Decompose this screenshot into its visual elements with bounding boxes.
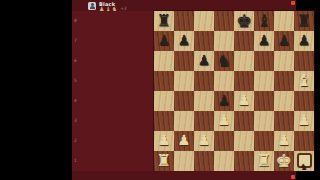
rank-label-5: 5 [74,78,81,83]
black-player-bar: Black ♟♝♞+2 [72,0,296,11]
white-rook: ♜ [254,151,274,171]
chess-app-panel: Black ♟♝♞+2 ♜♚♝♜♟♟♟♟♟♟♞♝♟♟♟♟♟♟♟♟♜♜♚ ♞ Wh… [72,0,296,180]
square-a8[interactable]: ♜ [154,11,174,31]
square-g8[interactable] [274,11,294,31]
square-b2[interactable]: ♟ [174,131,194,151]
rank-label-6: 6 [74,58,81,63]
square-c8[interactable] [194,11,214,31]
white-player-bar: White ♛♝♞ [72,171,296,180]
square-h8[interactable]: ♜ [294,11,314,31]
black-rook: ♜ [294,11,314,31]
chess-board: ♜♚♝♜♟♟♟♟♟♟♞♝♟♟♟♟♟♟♟♟♜♜♚ [154,11,314,171]
square-f1[interactable]: ♜ [254,151,274,171]
black-pawn: ♟ [254,31,274,51]
square-g2[interactable]: ♟ [274,131,294,151]
square-a7[interactable]: ♟ [154,31,174,51]
square-g4[interactable] [274,91,294,111]
square-e3[interactable] [234,111,254,131]
square-g7[interactable]: ♟ [274,31,294,51]
square-a1[interactable]: ♜ [154,151,174,171]
square-b1[interactable] [174,151,194,171]
black-avatar[interactable] [88,2,96,10]
square-c6[interactable]: ♟ [194,51,214,71]
square-g3[interactable] [274,111,294,131]
square-b8[interactable] [174,11,194,31]
square-f2[interactable] [254,131,274,151]
rank-label-3: 3 [74,118,81,123]
square-e4[interactable]: ♟ [234,91,254,111]
square-e1[interactable] [234,151,254,171]
knight-icon: ♞ [300,162,308,172]
square-d3[interactable]: ♟ [214,111,234,131]
square-c1[interactable] [194,151,214,171]
square-a3[interactable] [154,111,174,131]
square-a4[interactable] [154,91,174,111]
square-a6[interactable] [154,51,174,71]
square-d8[interactable] [214,11,234,31]
square-a2[interactable]: ♟ [154,131,174,151]
black-pawn: ♟ [274,31,294,51]
white-pawn: ♟ [174,131,194,151]
rank-label-2: 2 [74,138,81,143]
square-f8[interactable]: ♝ [254,11,274,31]
square-d1[interactable] [214,151,234,171]
white-bishop: ♝ [294,71,314,91]
square-g6[interactable] [274,51,294,71]
rank-label-4: 4 [74,98,81,103]
square-c7[interactable] [194,31,214,51]
square-f6[interactable] [254,51,274,71]
square-c2[interactable]: ♟ [194,131,214,151]
square-d5[interactable] [214,71,234,91]
square-c5[interactable] [194,71,214,91]
square-b7[interactable]: ♟ [174,31,194,51]
square-f4[interactable] [254,91,274,111]
square-c3[interactable] [194,111,214,131]
square-d2[interactable] [214,131,234,151]
rank-label-1: 1 [74,158,81,163]
square-e7[interactable] [234,31,254,51]
captured-piece-icon: ♝ [105,6,110,11]
black-pawn: ♟ [294,31,314,51]
square-d4[interactable]: ♟ [214,91,234,111]
square-h5[interactable]: ♝ [294,71,314,91]
black-rook: ♜ [154,11,174,31]
square-a5[interactable] [154,71,174,91]
app-logo-badge: ♞ [297,153,312,168]
square-h4[interactable] [294,91,314,111]
black-knight: ♞ [214,51,234,71]
corner-marker-bottom [291,175,295,179]
video-frame: Black ♟♝♞+2 ♜♚♝♜♟♟♟♟♟♟♞♝♟♟♟♟♟♟♟♟♜♜♚ ♞ Wh… [0,0,320,180]
square-h6[interactable] [294,51,314,71]
square-b5[interactable] [174,71,194,91]
square-e5[interactable] [234,71,254,91]
square-d6[interactable]: ♞ [214,51,234,71]
square-f5[interactable] [254,71,274,91]
square-h2[interactable] [294,131,314,151]
black-pawn: ♟ [154,31,174,51]
white-pawn: ♟ [274,131,294,151]
black-pawn: ♟ [214,91,234,111]
square-g1[interactable]: ♚ [274,151,294,171]
black-king: ♚ [234,11,254,31]
square-e2[interactable] [234,131,254,151]
square-g5[interactable] [274,71,294,91]
square-h7[interactable]: ♟ [294,31,314,51]
rank-label-8: 8 [74,18,81,23]
square-b4[interactable] [174,91,194,111]
white-pawn: ♟ [234,91,254,111]
black-captured-pieces: ♟♝♞+2 [99,6,127,11]
white-pawn: ♟ [194,131,214,151]
black-pawn: ♟ [194,51,214,71]
white-pawn: ♟ [294,111,314,131]
black-pawn: ♟ [174,31,194,51]
square-f3[interactable] [254,111,274,131]
square-b3[interactable] [174,111,194,131]
square-e8[interactable]: ♚ [234,11,254,31]
captured-piece-icon: ♞ [112,6,117,11]
captured-piece-icon: ♟ [99,6,104,11]
square-f7[interactable]: ♟ [254,31,274,51]
white-pawn: ♟ [154,131,174,151]
white-rook: ♜ [154,151,174,171]
white-pawn: ♟ [214,111,234,131]
square-c4[interactable] [194,91,214,111]
corner-marker-top [291,1,295,5]
black-bishop: ♝ [254,11,274,31]
material-advantage: +2 [120,6,127,11]
square-h3[interactable]: ♟ [294,111,314,131]
rank-label-7: 7 [74,38,81,43]
white-king: ♚ [274,151,294,171]
square-d7[interactable] [214,31,234,51]
square-e6[interactable] [234,51,254,71]
square-b6[interactable] [174,51,194,71]
